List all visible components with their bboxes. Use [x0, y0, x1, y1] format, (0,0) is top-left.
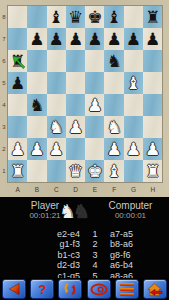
file-labels: ABCDEFGH: [8, 185, 162, 194]
square-e2[interactable]: [85, 138, 104, 160]
rank-label-5: 5: [1, 80, 7, 86]
square-f4[interactable]: [104, 94, 123, 116]
clock-row: Player 00:01:21 ♞ ♞ Computer 00:00:01: [0, 197, 169, 227]
computer-time: 00:00:01: [92, 211, 169, 220]
rank-label-4: 4: [1, 102, 7, 108]
square-h8[interactable]: ♜: [143, 6, 162, 28]
eye-icon: [90, 283, 108, 296]
square-g8[interactable]: [124, 6, 143, 28]
black-knight: ♞: [29, 94, 44, 116]
move-number: 4: [84, 260, 106, 270]
square-g5[interactable]: ♝: [124, 72, 143, 94]
rank-label-1: 1: [1, 168, 7, 174]
move-number: 3: [84, 250, 106, 260]
square-f5[interactable]: [104, 72, 123, 94]
computer-label: Computer: [92, 200, 169, 211]
white-knight: ♞: [107, 116, 122, 138]
player-move: b1-c3: [0, 250, 84, 260]
black-pawn: ♟: [10, 72, 25, 94]
square-c8[interactable]: ♝: [47, 6, 66, 28]
white-pawn: ♟: [145, 138, 160, 160]
square-c1[interactable]: [47, 160, 66, 182]
white-rook: ♜: [10, 160, 25, 182]
square-c3[interactable]: ♞: [47, 116, 66, 138]
white-bishop: ♝: [126, 72, 141, 94]
menu-button[interactable]: [115, 279, 139, 299]
white-pawn: ♟: [29, 138, 44, 160]
square-d5[interactable]: [66, 72, 85, 94]
white-pawn: ♟: [107, 138, 122, 160]
file-label-e: E: [85, 185, 104, 194]
square-b1[interactable]: [27, 160, 46, 182]
computer-move: a7-a5: [106, 229, 169, 239]
file-label-a: A: [8, 185, 27, 194]
square-e4[interactable]: ♟: [85, 94, 104, 116]
black-pawn: ♟: [49, 28, 64, 50]
home-exit-icon: [146, 282, 163, 297]
back-button[interactable]: [2, 279, 26, 299]
move-row: e2-e4 1 a7-a5: [0, 229, 169, 239]
file-label-h: H: [143, 185, 162, 194]
square-a5[interactable]: ♟: [8, 72, 27, 94]
square-g4[interactable]: [124, 94, 143, 116]
white-knight: ♞: [49, 116, 64, 138]
square-a2[interactable]: ♟: [8, 138, 27, 160]
square-a6[interactable]: ♜: [8, 50, 27, 72]
black-pawn: ♟: [68, 28, 83, 50]
square-c4[interactable]: [47, 94, 66, 116]
info-panel: Player 00:01:21 ♞ ♞ Computer 00:00:01 e2…: [0, 197, 169, 278]
rank-label-6: 6: [1, 58, 7, 64]
square-f1[interactable]: ♝: [104, 160, 123, 182]
square-a3[interactable]: [8, 116, 27, 138]
black-pawn: ♟: [126, 28, 141, 50]
toolbar: ?: [0, 278, 169, 300]
square-e6[interactable]: [85, 50, 104, 72]
rank-label-7: 7: [1, 36, 7, 42]
square-c5[interactable]: [47, 72, 66, 94]
black-pawn: ♟: [29, 28, 44, 50]
white-rook: ♜: [145, 160, 160, 182]
move-row: d2-d3 4 a6-b4: [0, 260, 169, 270]
move-number: 2: [84, 239, 106, 249]
file-label-f: F: [104, 185, 123, 194]
square-a8[interactable]: [8, 6, 27, 28]
white-bishop: ♝: [107, 160, 122, 182]
square-g3[interactable]: [124, 116, 143, 138]
computer-move: a6-b4: [106, 260, 169, 270]
black-pawn: ♟: [145, 28, 160, 50]
white-queen: ♛: [68, 160, 83, 182]
white-king: ♚: [87, 160, 102, 182]
square-b4[interactable]: ♞: [27, 94, 46, 116]
black-pawn: ♟: [87, 28, 102, 50]
square-e8[interactable]: ♚: [85, 6, 104, 28]
black-bishop: ♝: [49, 6, 64, 28]
back-arrow-icon: [9, 283, 20, 295]
black-bishop: ♝: [107, 6, 122, 28]
board-grid: ♝♛♚♝♜♟♟♟♟♟♟♟♜♞♟♝♞♟♞♟♞♟♟♟♟♟♟♜♛♚♝♜: [8, 6, 162, 182]
square-b7[interactable]: ♟: [27, 28, 46, 50]
square-d1[interactable]: ♛: [66, 160, 85, 182]
square-b5[interactable]: [27, 72, 46, 94]
square-b2[interactable]: ♟: [27, 138, 46, 160]
white-pawn: ♟: [126, 138, 141, 160]
chess-board: ♝♛♚♝♜♟♟♟♟♟♟♟♜♞♟♝♞♟♞♟♞♟♟♟♟♟♟♜♛♚♝♜ 8765432…: [0, 0, 169, 197]
rank-label-8: 8: [1, 14, 7, 20]
square-d2[interactable]: [66, 138, 85, 160]
rank-label-3: 3: [1, 124, 7, 130]
last-move-arrow-icon: [12, 55, 26, 69]
black-knight-icon: ♞: [73, 201, 90, 221]
square-a4[interactable]: [8, 94, 27, 116]
white-pawn: ♟: [49, 138, 64, 160]
square-h3[interactable]: [143, 116, 162, 138]
view-button[interactable]: [87, 279, 111, 299]
square-b3[interactable]: [27, 116, 46, 138]
square-h7[interactable]: ♟: [143, 28, 162, 50]
move-list[interactable]: e2-e4 1 a7-a5 g1-f3 2 b8-a6 b1-c3 3 g8-f…: [0, 229, 169, 281]
black-queen: ♛: [68, 6, 83, 28]
square-h4[interactable]: [143, 94, 162, 116]
black-king: ♚: [87, 6, 102, 28]
square-g6[interactable]: [124, 50, 143, 72]
square-g2[interactable]: ♟: [124, 138, 143, 160]
square-g1[interactable]: [124, 160, 143, 182]
exit-button[interactable]: [143, 279, 167, 299]
square-f8[interactable]: ♝: [104, 6, 123, 28]
square-e5[interactable]: [85, 72, 104, 94]
file-label-b: B: [27, 185, 46, 194]
square-c6[interactable]: [47, 50, 66, 72]
rotate-button[interactable]: [58, 279, 82, 299]
square-e1[interactable]: ♚: [85, 160, 104, 182]
square-h6[interactable]: [143, 50, 162, 72]
square-e7[interactable]: ♟: [85, 28, 104, 50]
question-mark-icon: ?: [38, 283, 46, 296]
square-d3[interactable]: ♟: [66, 116, 85, 138]
help-button[interactable]: ?: [30, 279, 54, 299]
square-h1[interactable]: ♜: [143, 160, 162, 182]
computer-move: b8-a6: [106, 239, 169, 249]
square-h2[interactable]: ♟: [143, 138, 162, 160]
square-h5[interactable]: [143, 72, 162, 94]
square-a1[interactable]: ♜: [8, 160, 27, 182]
square-b8[interactable]: [27, 6, 46, 28]
white-pawn: ♟: [68, 116, 83, 138]
player-move: g1-f3: [0, 239, 84, 249]
black-knight: ♞: [107, 50, 122, 72]
square-b6[interactable]: [27, 50, 46, 72]
square-f2[interactable]: ♟: [104, 138, 123, 160]
rotate-arrows-icon: [62, 282, 78, 296]
white-pawn: ♟: [87, 94, 102, 116]
square-c7[interactable]: ♟: [47, 28, 66, 50]
turn-indicator: ♞ ♞: [59, 201, 90, 221]
computer-move: g8-f6: [106, 250, 169, 260]
square-d6[interactable]: [66, 50, 85, 72]
black-pawn: ♟: [107, 28, 122, 50]
move-row: g1-f3 2 b8-a6: [0, 239, 169, 249]
square-d7[interactable]: ♟: [66, 28, 85, 50]
square-a7[interactable]: [8, 28, 27, 50]
square-d8[interactable]: ♛: [66, 6, 85, 28]
white-pawn: ♟: [10, 138, 25, 160]
file-label-d: D: [66, 185, 85, 194]
file-label-c: C: [47, 185, 66, 194]
rank-label-2: 2: [1, 146, 7, 152]
black-rook: ♜: [145, 6, 160, 28]
file-label-g: G: [124, 185, 143, 194]
square-g7[interactable]: ♟: [124, 28, 143, 50]
square-c2[interactable]: ♟: [47, 138, 66, 160]
square-e3[interactable]: [85, 116, 104, 138]
move-row: b1-c3 3 g8-f6: [0, 250, 169, 260]
computer-block: Computer 00:00:01: [92, 200, 169, 220]
square-d4[interactable]: [66, 94, 85, 116]
player-move: d2-d3: [0, 260, 84, 270]
player-move: e2-e4: [0, 229, 84, 239]
move-number: 1: [84, 229, 106, 239]
square-f3[interactable]: ♞: [104, 116, 123, 138]
menu-bars-icon: [120, 283, 134, 296]
square-f6[interactable]: ♞: [104, 50, 123, 72]
square-f7[interactable]: ♟: [104, 28, 123, 50]
